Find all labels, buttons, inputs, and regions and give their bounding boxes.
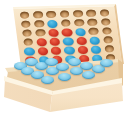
red-disc (50, 46, 62, 54)
empty-hole (21, 20, 31, 28)
cell-r1c3 (44, 10, 58, 19)
empty-hole (103, 36, 113, 44)
empty-hole (104, 45, 114, 53)
cell-r4c3 (48, 37, 62, 46)
empty-hole (86, 9, 96, 17)
cell-r5c4 (62, 45, 76, 54)
cell-r5c1 (22, 46, 36, 55)
empty-hole (99, 9, 109, 17)
cell-r5c7 (102, 44, 116, 53)
cell-r5c3 (49, 46, 63, 55)
blue-disc (24, 47, 36, 55)
empty-hole (46, 11, 56, 19)
cell-r3c5 (73, 27, 87, 36)
cell-r4c1 (21, 37, 35, 46)
tray-disc (100, 59, 113, 67)
red-disc (77, 45, 89, 53)
cell-r1c2 (31, 10, 45, 19)
empty-hole (87, 18, 97, 26)
tray-disc (56, 63, 69, 71)
cell-r3c6 (86, 27, 100, 36)
blue-disc (89, 36, 101, 44)
cell-r1c1 (18, 11, 32, 20)
cell-r3c1 (20, 28, 34, 37)
empty-hole (22, 29, 32, 37)
cell-r5c5 (75, 45, 89, 54)
cell-r3c4 (60, 27, 74, 36)
empty-hole (23, 38, 33, 46)
red-disc (49, 37, 61, 45)
tray-disc (58, 73, 71, 81)
blue-disc (75, 27, 87, 35)
empty-hole (102, 27, 112, 35)
cell-r2c2 (32, 19, 46, 28)
empty-hole (33, 11, 43, 19)
cell-r3c2 (33, 28, 47, 37)
red-disc (36, 38, 48, 46)
tray-disc (82, 71, 95, 79)
cell-r2c1 (19, 19, 33, 28)
blue-disc (47, 19, 59, 27)
blue-disc (90, 45, 102, 53)
red-disc (61, 28, 73, 36)
cell-r5c2 (36, 46, 50, 55)
cell-r2c5 (72, 18, 86, 27)
tray-disc (80, 62, 93, 70)
cell-r2c6 (85, 18, 99, 27)
empty-hole (100, 18, 110, 26)
cell-r3c3 (46, 28, 60, 37)
empty-hole (88, 27, 98, 35)
cell-r2c3 (45, 19, 59, 28)
cell-r1c4 (57, 9, 71, 18)
red-disc (76, 36, 88, 44)
cell-r5c6 (89, 45, 103, 54)
empty-hole (59, 10, 69, 18)
cell-r4c4 (61, 36, 75, 45)
empty-hole (35, 29, 45, 37)
cell-r3c7 (100, 26, 114, 35)
blue-disc (62, 37, 74, 45)
cell-r4c2 (34, 37, 48, 46)
tray-disc (68, 58, 81, 66)
cell-r2c7 (98, 17, 112, 26)
product-photo-connect-four (0, 0, 125, 122)
cell-r4c6 (88, 36, 102, 45)
empty-hole (61, 19, 71, 27)
empty-hole (20, 11, 30, 19)
cell-r2c4 (59, 18, 73, 27)
cell-r1c7 (97, 8, 111, 17)
empty-hole (34, 20, 44, 28)
cell-r4c7 (101, 35, 115, 44)
empty-hole (74, 19, 84, 27)
cell-r4c5 (74, 36, 88, 45)
red-disc (48, 28, 60, 36)
blue-disc (64, 46, 76, 54)
red-disc (37, 47, 49, 55)
tray-disc (41, 76, 54, 84)
empty-hole (73, 10, 83, 18)
cell-r1c5 (71, 9, 85, 18)
cell-r1c6 (84, 9, 98, 18)
